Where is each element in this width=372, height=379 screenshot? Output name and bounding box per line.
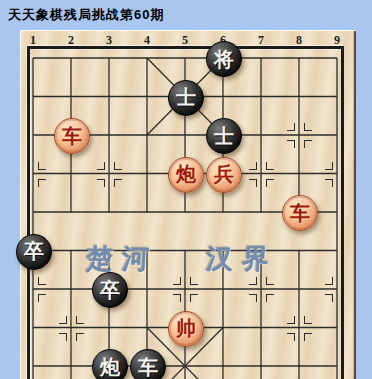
piece-red-cannon[interactable]: 炮 bbox=[168, 157, 204, 193]
piece-black-advisor[interactable]: 士 bbox=[168, 80, 204, 116]
piece-black-general[interactable]: 将 bbox=[206, 41, 242, 77]
piece-black-soldier[interactable]: 卒 bbox=[16, 234, 52, 270]
piece-black-cannon[interactable]: 炮 bbox=[92, 349, 128, 379]
piece-black-soldier[interactable]: 卒 bbox=[92, 272, 128, 308]
piece-red-general[interactable]: 帅 bbox=[168, 311, 204, 347]
xiangqi-app-window: 天天象棋残局挑战第60期 123456789 楚河 汉界 将士车士炮兵车卒卒帅炮… bbox=[0, 0, 372, 379]
xiangqi-board[interactable]: 123456789 楚河 汉界 将士车士炮兵车卒卒帅炮车 bbox=[20, 30, 356, 379]
piece-black-advisor[interactable]: 士 bbox=[206, 118, 242, 154]
river-label-han-jie: 汉界 bbox=[205, 243, 279, 275]
piece-red-chariot[interactable]: 车 bbox=[54, 118, 90, 154]
piece-black-chariot[interactable]: 车 bbox=[130, 349, 166, 379]
piece-red-soldier[interactable]: 兵 bbox=[206, 157, 242, 193]
river-label-chu-he: 楚河 bbox=[85, 243, 159, 275]
page-title: 天天象棋残局挑战第60期 bbox=[8, 6, 164, 24]
piece-red-chariot[interactable]: 车 bbox=[282, 195, 318, 231]
